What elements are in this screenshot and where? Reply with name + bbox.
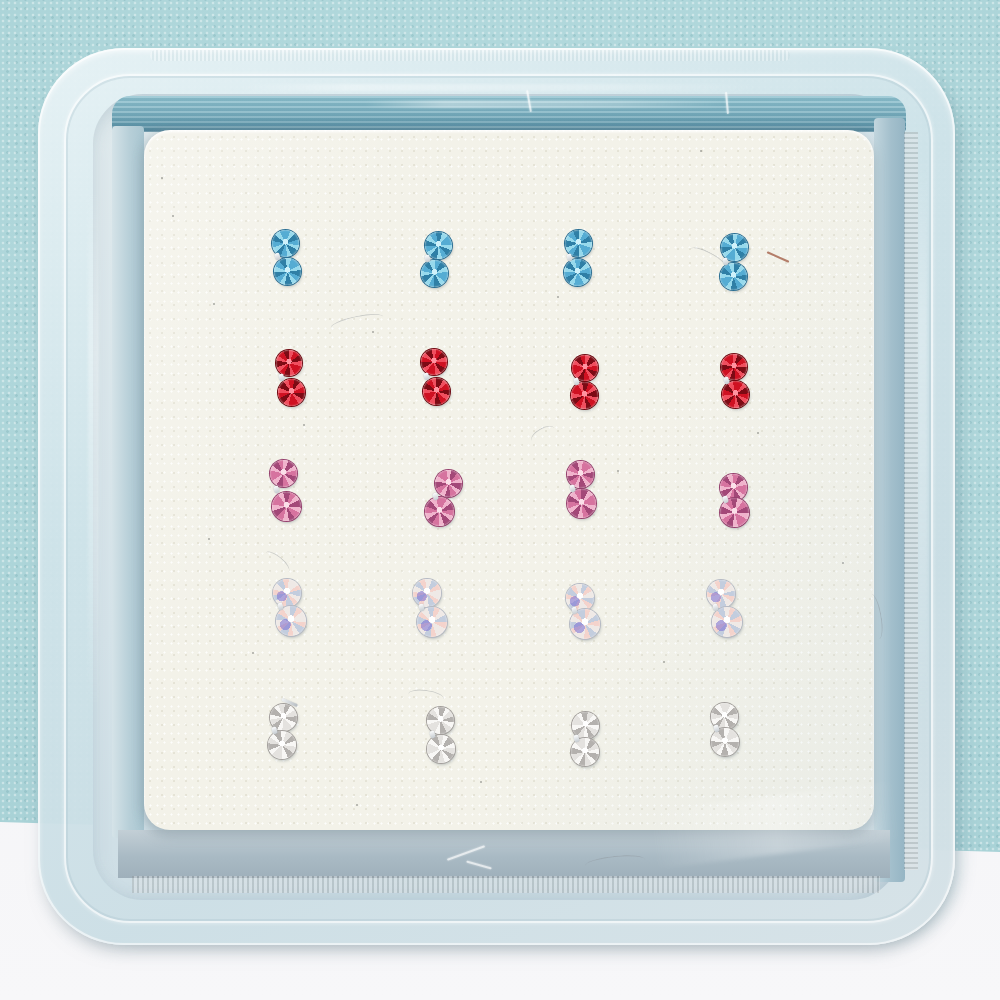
crystal-blue-col3-top — [565, 230, 592, 257]
stud-pin-glint — [571, 606, 578, 614]
crystal-clear-col1-bottom — [268, 731, 296, 759]
crystal-pink-col3-bottom — [567, 489, 596, 518]
crystal-aurora-col4-bottom — [712, 607, 742, 637]
crystal-blue-col1-bottom — [274, 258, 301, 285]
crystal-blue-col2-bottom — [421, 260, 448, 287]
crystal-pink-col1-bottom — [272, 492, 301, 521]
crystal-aurora-col2-top — [413, 579, 441, 607]
crystal-red-col1-bottom — [278, 379, 305, 406]
studs-layer — [0, 0, 1000, 1000]
crystal-clear-col2-bottom — [427, 735, 455, 763]
plastic-reflection-streak — [918, 160, 927, 720]
crystal-aurora-col3-top — [566, 584, 594, 612]
crystal-pink-col3-top — [567, 461, 594, 488]
plastic-reflection-streak — [240, 84, 760, 91]
crystal-red-col4-bottom — [722, 381, 749, 408]
plastic-reflection-streak — [365, 100, 725, 108]
crystal-pink-col2-bottom — [425, 497, 454, 526]
crystal-blue-col3-bottom — [564, 259, 591, 286]
crystal-aurora-col1-bottom — [276, 606, 306, 636]
crystal-clear-col2-top — [427, 707, 454, 734]
crystal-red-col2-bottom — [423, 378, 450, 405]
crystal-blue-col4-bottom — [720, 263, 747, 290]
crystal-blue-col4-top — [721, 234, 748, 261]
stud-pin-glint — [713, 724, 720, 732]
crystal-aurora-col4-top — [707, 580, 735, 608]
plastic-reflection-streak — [88, 190, 99, 710]
product-photo — [0, 0, 1000, 1000]
stud-pin-glint — [271, 726, 278, 734]
crystal-red-col3-bottom — [571, 382, 598, 409]
crystal-pink-col1-top — [270, 460, 297, 487]
crystal-red-col2-top — [421, 349, 447, 375]
crystal-aurora-col2-bottom — [417, 607, 447, 637]
crystal-red-col1-top — [276, 350, 302, 376]
crystal-pink-col2-top — [435, 470, 462, 497]
